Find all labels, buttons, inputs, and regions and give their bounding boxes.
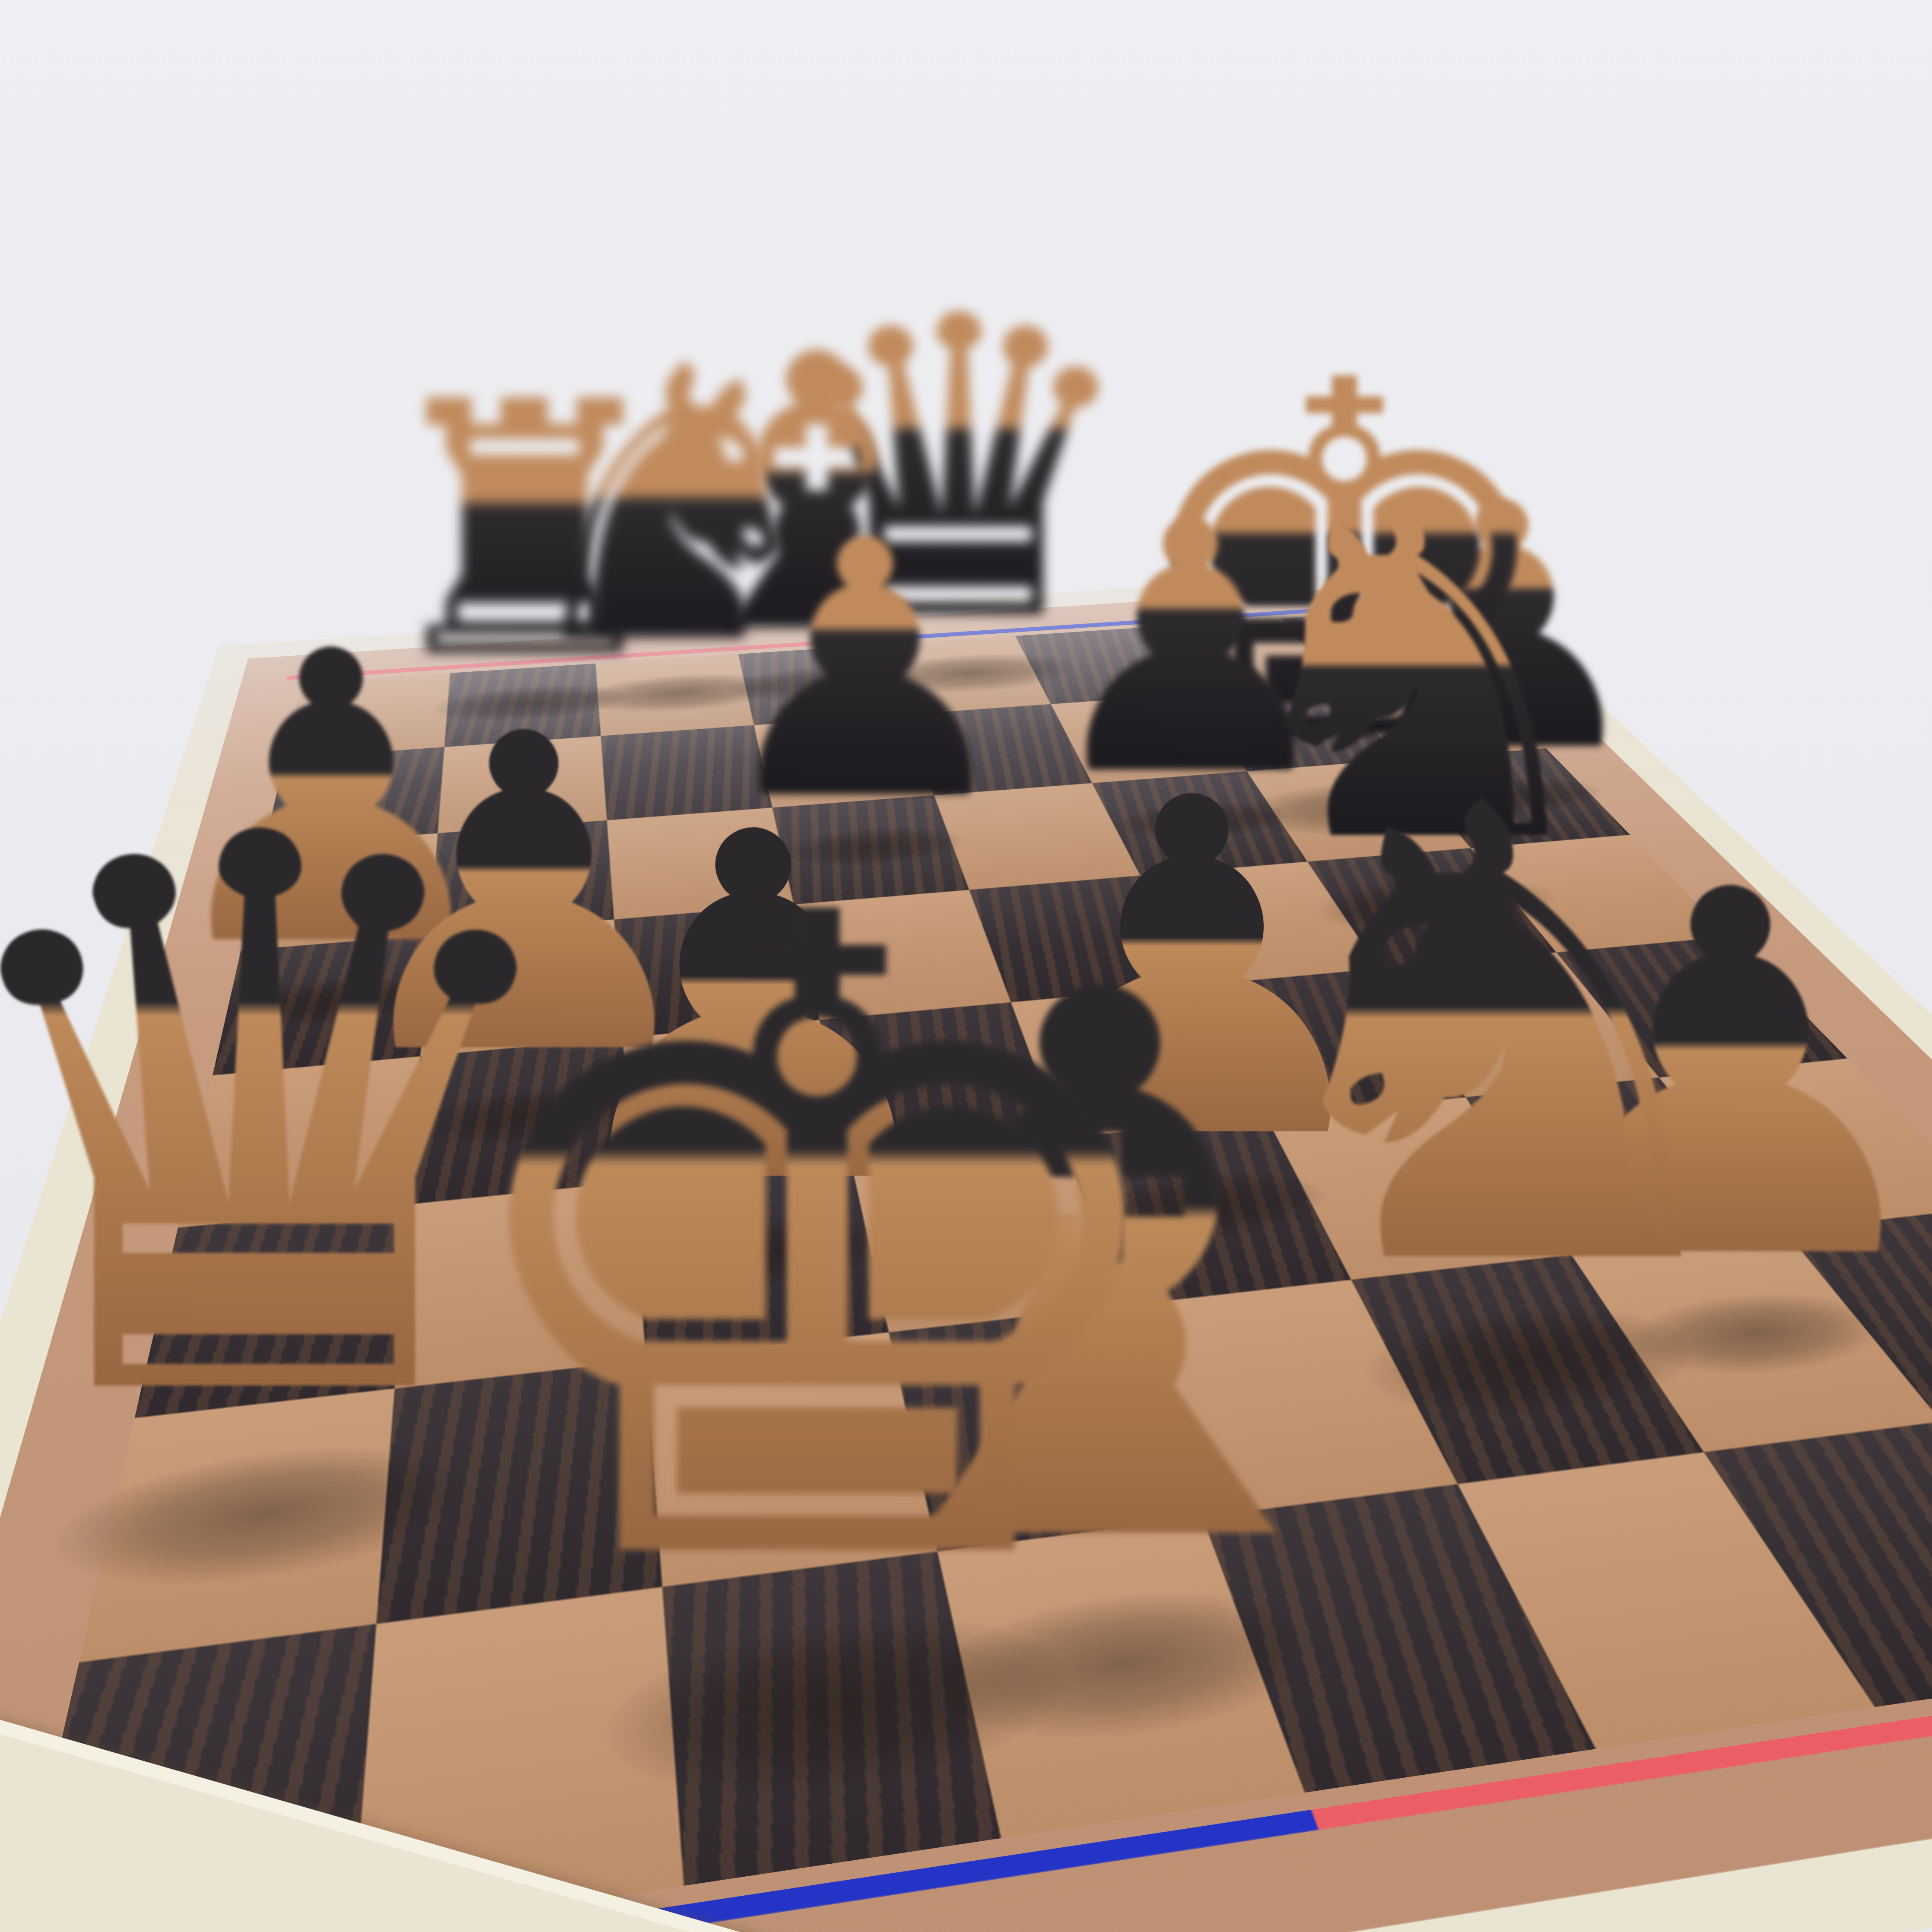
chess-board: ♜♞♝♛♚♟♟♟♞♟♟♛♟♟♞♟♚♝♜ — [0, 568, 1932, 1932]
piece-white-king-c1[interactable]: ♚ — [423, 842, 1211, 1651]
rook-icon: ♜ — [1848, 907, 1932, 1484]
scene: ♜♞♝♛♚♟♟♟♞♟♟♛♟♟♞♟♚♝♜ — [0, 0, 1932, 1932]
king-icon: ♚ — [423, 842, 1211, 1651]
photo-frame: ♜♞♝♛♚♟♟♟♞♟♟♛♟♟♞♟♚♝♜ — [0, 0, 1932, 1932]
piece-white-rook-h1[interactable]: ♜ — [1848, 907, 1932, 1484]
